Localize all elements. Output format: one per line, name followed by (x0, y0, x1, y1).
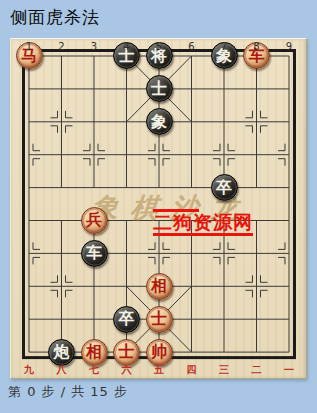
file-label-bottom-6: 四 (183, 364, 201, 375)
piece-red-兵[interactable]: 兵 (81, 207, 108, 234)
piece-black-炮[interactable]: 炮 (48, 339, 75, 366)
board-panel: 象棋沙龙 二狗资源网 马士将象车士象卒兵车相卒士炮相士帅 123456789九八… (10, 38, 307, 379)
file-label-bottom-8: 二 (248, 364, 266, 375)
file-label-top-1: 1 (20, 41, 38, 52)
file-label-top-3: 3 (85, 41, 103, 52)
piece-black-车[interactable]: 车 (81, 240, 108, 267)
file-label-top-4: 4 (118, 41, 136, 52)
piece-black-卒[interactable]: 卒 (211, 174, 238, 201)
file-label-bottom-3: 七 (85, 364, 103, 375)
file-label-bottom-1: 九 (20, 364, 38, 375)
piece-red-帅[interactable]: 帅 (146, 339, 173, 366)
board-grid[interactable]: 马士将象车士象卒兵车相卒士炮相士帅 (13, 40, 306, 369)
file-label-top-9: 9 (280, 41, 298, 52)
piece-red-士[interactable]: 士 (113, 339, 140, 366)
file-label-bottom-5: 五 (150, 364, 168, 375)
file-label-top-7: 7 (215, 41, 233, 52)
piece-red-相[interactable]: 相 (146, 273, 173, 300)
piece-black-卒[interactable]: 卒 (113, 306, 140, 333)
piece-black-象[interactable]: 象 (146, 108, 173, 135)
file-label-bottom-2: 八 (53, 364, 71, 375)
file-label-top-2: 2 (53, 41, 71, 52)
file-label-bottom-9: 一 (280, 364, 298, 375)
piece-red-相[interactable]: 相 (81, 339, 108, 366)
file-label-top-8: 8 (248, 41, 266, 52)
page-title: 侧面虎杀法 (10, 6, 100, 29)
piece-red-士[interactable]: 士 (146, 306, 173, 333)
file-label-top-6: 6 (183, 41, 201, 52)
file-label-top-5: 5 (150, 41, 168, 52)
status-bar: 第 0 步 / 共 15 步 (8, 383, 128, 401)
piece-black-士[interactable]: 士 (146, 75, 173, 102)
file-label-bottom-7: 三 (215, 364, 233, 375)
file-label-bottom-4: 六 (118, 364, 136, 375)
